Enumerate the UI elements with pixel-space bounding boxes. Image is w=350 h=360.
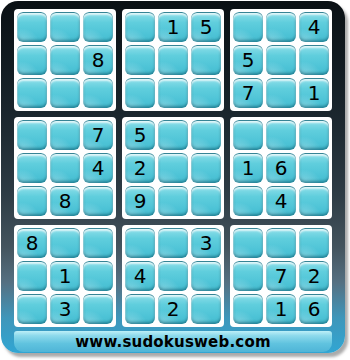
cell-r2c8[interactable] (266, 45, 296, 75)
box-2-3: 164 (230, 117, 332, 219)
cell-r6c5[interactable] (158, 186, 188, 216)
cell-r5c6[interactable] (191, 153, 221, 183)
cell-r6c7[interactable] (233, 186, 263, 216)
cell-r2c3: 8 (83, 45, 113, 75)
cell-r6c8: 4 (266, 186, 296, 216)
cell-r5c5[interactable] (158, 153, 188, 183)
cell-r8c6[interactable] (191, 261, 221, 291)
cell-r5c1[interactable] (17, 153, 47, 183)
cell-r3c7: 7 (233, 78, 263, 108)
cell-r3c8[interactable] (266, 78, 296, 108)
board-frame: 81545717485291648133427216 www.sudokuswe… (1, 1, 345, 353)
cell-r6c3[interactable] (83, 186, 113, 216)
box-3-1: 813 (14, 225, 116, 327)
cell-r4c2[interactable] (50, 120, 80, 150)
cell-r1c9: 4 (299, 12, 329, 42)
cell-r2c7: 5 (233, 45, 263, 75)
cell-r4c9[interactable] (299, 120, 329, 150)
cell-r1c8[interactable] (266, 12, 296, 42)
box-1-2: 15 (122, 9, 224, 111)
box-1-3: 4571 (230, 9, 332, 111)
box-1-1: 8 (14, 9, 116, 111)
cell-r3c2[interactable] (50, 78, 80, 108)
box-2-2: 529 (122, 117, 224, 219)
cell-r9c3[interactable] (83, 294, 113, 324)
cell-r4c8[interactable] (266, 120, 296, 150)
cell-r5c4: 2 (125, 153, 155, 183)
cell-r7c8[interactable] (266, 228, 296, 258)
cell-r2c4[interactable] (125, 45, 155, 75)
cell-r6c4: 9 (125, 186, 155, 216)
cell-r9c5: 2 (158, 294, 188, 324)
cell-r4c3: 7 (83, 120, 113, 150)
cell-r8c3[interactable] (83, 261, 113, 291)
sudoku-board: 81545717485291648133427216 www.sudokuswe… (0, 0, 350, 360)
cell-r9c4[interactable] (125, 294, 155, 324)
cell-r7c5[interactable] (158, 228, 188, 258)
cell-r9c1[interactable] (17, 294, 47, 324)
box-3-3: 7216 (230, 225, 332, 327)
box-2-1: 748 (14, 117, 116, 219)
cell-r4c4: 5 (125, 120, 155, 150)
cell-r8c1[interactable] (17, 261, 47, 291)
cell-r9c7[interactable] (233, 294, 263, 324)
cell-r8c7[interactable] (233, 261, 263, 291)
cell-r9c9: 6 (299, 294, 329, 324)
cell-r7c2[interactable] (50, 228, 80, 258)
sudoku-grid: 81545717485291648133427216 (14, 9, 332, 327)
cell-r5c3: 4 (83, 153, 113, 183)
cell-r1c5: 1 (158, 12, 188, 42)
cell-r3c6[interactable] (191, 78, 221, 108)
cell-r8c9: 2 (299, 261, 329, 291)
cell-r4c5[interactable] (158, 120, 188, 150)
cell-r2c6[interactable] (191, 45, 221, 75)
footer-bar: www.sudokusweb.com (14, 331, 332, 352)
website-link[interactable]: www.sudokusweb.com (75, 333, 270, 351)
cell-r3c5[interactable] (158, 78, 188, 108)
cell-r1c2[interactable] (50, 12, 80, 42)
cell-r3c9: 1 (299, 78, 329, 108)
cell-r5c2[interactable] (50, 153, 80, 183)
cell-r9c2: 3 (50, 294, 80, 324)
cell-r3c4[interactable] (125, 78, 155, 108)
cell-r1c7[interactable] (233, 12, 263, 42)
cell-r1c3[interactable] (83, 12, 113, 42)
cell-r7c9[interactable] (299, 228, 329, 258)
cell-r7c1: 8 (17, 228, 47, 258)
cell-r5c7: 1 (233, 153, 263, 183)
cell-r9c6[interactable] (191, 294, 221, 324)
cell-r4c7[interactable] (233, 120, 263, 150)
cell-r8c2: 1 (50, 261, 80, 291)
cell-r2c1[interactable] (17, 45, 47, 75)
cell-r8c5[interactable] (158, 261, 188, 291)
cell-r2c9[interactable] (299, 45, 329, 75)
cell-r6c6[interactable] (191, 186, 221, 216)
cell-r7c3[interactable] (83, 228, 113, 258)
cell-r3c3[interactable] (83, 78, 113, 108)
cell-r4c6[interactable] (191, 120, 221, 150)
cell-r2c2[interactable] (50, 45, 80, 75)
cell-r1c4[interactable] (125, 12, 155, 42)
cell-r4c1[interactable] (17, 120, 47, 150)
cell-r7c4[interactable] (125, 228, 155, 258)
cell-r1c6: 5 (191, 12, 221, 42)
cell-r7c7[interactable] (233, 228, 263, 258)
cell-r6c2: 8 (50, 186, 80, 216)
cell-r5c8: 6 (266, 153, 296, 183)
cell-r8c8: 7 (266, 261, 296, 291)
cell-r1c1[interactable] (17, 12, 47, 42)
cell-r8c4: 4 (125, 261, 155, 291)
box-3-2: 342 (122, 225, 224, 327)
cell-r7c6: 3 (191, 228, 221, 258)
cell-r3c1[interactable] (17, 78, 47, 108)
cell-r5c9[interactable] (299, 153, 329, 183)
cell-r9c8: 1 (266, 294, 296, 324)
cell-r6c9[interactable] (299, 186, 329, 216)
cell-r2c5[interactable] (158, 45, 188, 75)
cell-r6c1[interactable] (17, 186, 47, 216)
